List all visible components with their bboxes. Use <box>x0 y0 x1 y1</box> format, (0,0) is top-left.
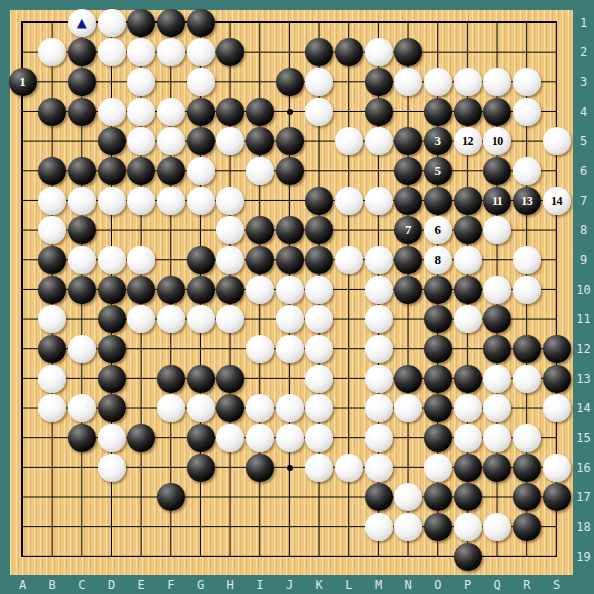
stone-white-D4 <box>98 98 126 126</box>
move-number-5: 5 <box>435 157 442 185</box>
stone-black-B12 <box>38 335 66 363</box>
stone-black-G5 <box>187 127 215 155</box>
stone-black-O11 <box>424 305 452 333</box>
move-number-11: 11 <box>492 187 502 215</box>
stone-white-O3 <box>424 68 452 96</box>
stone-black-C6 <box>68 157 96 185</box>
stone-white-F5 <box>157 127 185 155</box>
stone-white-F4 <box>157 98 185 126</box>
row-label-5: 5 <box>573 132 594 150</box>
stone-white-S14 <box>543 394 571 422</box>
col-label-R: R <box>516 576 538 594</box>
stone-black-G10 <box>187 276 215 304</box>
row-label-6: 6 <box>573 162 594 180</box>
col-label-A: A <box>12 576 34 594</box>
stone-black-O17 <box>424 483 452 511</box>
stone-white-M2 <box>365 38 393 66</box>
col-label-G: G <box>190 576 212 594</box>
stone-black-H13 <box>216 365 244 393</box>
stone-black-O18 <box>424 513 452 541</box>
stone-black-N6 <box>394 157 422 185</box>
stone-white-P5: 12 <box>454 127 482 155</box>
stone-black-O4 <box>424 98 452 126</box>
col-label-L: L <box>338 576 360 594</box>
stone-white-S5 <box>543 127 571 155</box>
stone-white-K12 <box>305 335 333 363</box>
col-label-B: B <box>41 576 63 594</box>
move-number-10: 10 <box>492 127 503 155</box>
stone-black-Q12 <box>483 335 511 363</box>
stone-black-R12 <box>513 335 541 363</box>
stone-white-Q15 <box>483 424 511 452</box>
stone-white-C12 <box>68 335 96 363</box>
stone-black-F1 <box>157 9 185 37</box>
stone-black-F10 <box>157 276 185 304</box>
stone-black-Q16 <box>483 454 511 482</box>
stone-white-J11 <box>276 305 304 333</box>
stone-black-E1 <box>127 9 155 37</box>
row-label-4: 4 <box>573 103 594 121</box>
stone-black-D6 <box>98 157 126 185</box>
stone-white-M16 <box>365 454 393 482</box>
col-label-C: C <box>71 576 93 594</box>
stone-white-Q13 <box>483 365 511 393</box>
stone-black-P8 <box>454 216 482 244</box>
stone-black-O13 <box>424 365 452 393</box>
stone-black-N10 <box>394 276 422 304</box>
stone-white-R10 <box>513 276 541 304</box>
row-label-19: 19 <box>573 548 594 566</box>
stone-white-P9 <box>454 246 482 274</box>
stone-black-G4 <box>187 98 215 126</box>
stone-white-D2 <box>98 38 126 66</box>
stone-black-H10 <box>216 276 244 304</box>
stone-white-K15 <box>305 424 333 452</box>
stone-white-M18 <box>365 513 393 541</box>
stone-black-C8 <box>68 216 96 244</box>
stone-black-J6 <box>276 157 304 185</box>
stone-white-G2 <box>187 38 215 66</box>
move-number-13: 13 <box>521 187 532 215</box>
stone-white-D15 <box>98 424 126 452</box>
stone-white-P18 <box>454 513 482 541</box>
stone-black-B10 <box>38 276 66 304</box>
stone-white-H15 <box>216 424 244 452</box>
stone-white-K3 <box>305 68 333 96</box>
row-label-3: 3 <box>573 73 594 91</box>
stone-white-I15 <box>246 424 274 452</box>
stone-black-L2 <box>335 38 363 66</box>
stone-white-D9 <box>98 246 126 274</box>
stone-black-O14 <box>424 394 452 422</box>
stone-black-D12 <box>98 335 126 363</box>
stone-white-M5 <box>365 127 393 155</box>
stone-black-S12 <box>543 335 571 363</box>
stone-white-Q18 <box>483 513 511 541</box>
stone-black-Q6 <box>483 157 511 185</box>
triangle-marker: ▲ <box>77 9 87 37</box>
move-number-8: 8 <box>435 246 442 274</box>
stone-white-S7: 14 <box>543 187 571 215</box>
stone-black-D13 <box>98 365 126 393</box>
stone-white-M12 <box>365 335 393 363</box>
move-number-12: 12 <box>462 127 473 155</box>
stone-black-P4 <box>454 98 482 126</box>
stone-white-R3 <box>513 68 541 96</box>
row-label-11: 11 <box>573 310 594 328</box>
stone-white-M10 <box>365 276 393 304</box>
col-label-M: M <box>368 576 390 594</box>
stone-white-M7 <box>365 187 393 215</box>
col-label-D: D <box>101 576 123 594</box>
row-label-10: 10 <box>573 281 594 299</box>
stone-black-I4 <box>246 98 274 126</box>
stone-black-E15 <box>127 424 155 452</box>
stone-white-K13 <box>305 365 333 393</box>
stone-black-O6: 5 <box>424 157 452 185</box>
row-label-16: 16 <box>573 459 594 477</box>
stone-white-M14 <box>365 394 393 422</box>
stone-black-C4 <box>68 98 96 126</box>
stone-white-L16 <box>335 454 363 482</box>
stone-white-Q3 <box>483 68 511 96</box>
stone-black-J8 <box>276 216 304 244</box>
stone-white-D1 <box>98 9 126 37</box>
stone-black-O15 <box>424 424 452 452</box>
stone-black-G15 <box>187 424 215 452</box>
col-label-I: I <box>249 576 271 594</box>
stone-black-N13 <box>394 365 422 393</box>
stone-white-K10 <box>305 276 333 304</box>
stone-black-P19 <box>454 543 482 571</box>
stone-white-D16 <box>98 454 126 482</box>
stone-black-Q4 <box>483 98 511 126</box>
stone-black-R7: 13 <box>513 187 541 215</box>
stone-white-C9 <box>68 246 96 274</box>
stone-white-G14 <box>187 394 215 422</box>
stone-black-C15 <box>68 424 96 452</box>
stone-black-C3 <box>68 68 96 96</box>
stone-black-N7 <box>394 187 422 215</box>
stone-black-O10 <box>424 276 452 304</box>
star-point <box>287 465 293 471</box>
stone-black-B4 <box>38 98 66 126</box>
stone-black-Q7: 11 <box>483 187 511 215</box>
star-point <box>287 109 293 115</box>
stone-white-G6 <box>187 157 215 185</box>
row-label-14: 14 <box>573 399 594 417</box>
col-label-J: J <box>279 576 301 594</box>
stone-white-G7 <box>187 187 215 215</box>
row-label-7: 7 <box>573 192 594 210</box>
stone-white-F2 <box>157 38 185 66</box>
stone-black-P10 <box>454 276 482 304</box>
stone-black-O12 <box>424 335 452 363</box>
stone-black-J5 <box>276 127 304 155</box>
stone-white-N18 <box>394 513 422 541</box>
col-label-O: O <box>427 576 449 594</box>
stone-black-D5 <box>98 127 126 155</box>
col-label-E: E <box>130 576 152 594</box>
row-label-18: 18 <box>573 518 594 536</box>
stone-black-C2 <box>68 38 96 66</box>
stone-white-F7 <box>157 187 185 215</box>
stone-white-I10 <box>246 276 274 304</box>
row-label-2: 2 <box>573 43 594 61</box>
stone-white-S16 <box>543 454 571 482</box>
stone-black-B6 <box>38 157 66 185</box>
stone-white-D7 <box>98 187 126 215</box>
stone-white-N3 <box>394 68 422 96</box>
stone-white-R6 <box>513 157 541 185</box>
stone-black-F13 <box>157 365 185 393</box>
move-number-14: 14 <box>551 187 562 215</box>
stone-white-B13 <box>38 365 66 393</box>
stone-black-G9 <box>187 246 215 274</box>
stone-black-E10 <box>127 276 155 304</box>
stone-black-F17 <box>157 483 185 511</box>
stone-white-O9: 8 <box>424 246 452 274</box>
stone-black-A3: 1 <box>9 68 37 96</box>
row-label-9: 9 <box>573 251 594 269</box>
stone-white-P11 <box>454 305 482 333</box>
stone-black-I5 <box>246 127 274 155</box>
stone-black-H4 <box>216 98 244 126</box>
stone-white-H7 <box>216 187 244 215</box>
stone-black-P16 <box>454 454 482 482</box>
stone-black-F6 <box>157 157 185 185</box>
stone-black-D11 <box>98 305 126 333</box>
stone-white-R15 <box>513 424 541 452</box>
stone-black-P17 <box>454 483 482 511</box>
stone-white-I14 <box>246 394 274 422</box>
stone-white-B7 <box>38 187 66 215</box>
stone-white-R9 <box>513 246 541 274</box>
stone-white-O8: 6 <box>424 216 452 244</box>
go-app-screen: ▲1312105111314768 ABCDEFGHIJKLMNOPQRS 12… <box>0 0 594 594</box>
stone-black-P7 <box>454 187 482 215</box>
stone-white-E7 <box>127 187 155 215</box>
stone-black-B9 <box>38 246 66 274</box>
col-label-P: P <box>457 576 479 594</box>
stone-black-P13 <box>454 365 482 393</box>
stone-black-K7 <box>305 187 333 215</box>
stone-black-M4 <box>365 98 393 126</box>
col-label-Q: Q <box>486 576 508 594</box>
stone-white-E3 <box>127 68 155 96</box>
stone-white-C14 <box>68 394 96 422</box>
stone-white-M9 <box>365 246 393 274</box>
stone-white-R4 <box>513 98 541 126</box>
col-label-F: F <box>160 576 182 594</box>
stone-white-Q10 <box>483 276 511 304</box>
stone-black-O5: 3 <box>424 127 452 155</box>
stone-white-H9 <box>216 246 244 274</box>
stone-white-P3 <box>454 68 482 96</box>
stone-black-I8 <box>246 216 274 244</box>
stone-white-G3 <box>187 68 215 96</box>
stone-white-L9 <box>335 246 363 274</box>
stone-white-K16 <box>305 454 333 482</box>
go-board[interactable]: ▲1312105111314768 <box>10 10 573 575</box>
stone-black-N9 <box>394 246 422 274</box>
stone-white-R13 <box>513 365 541 393</box>
row-label-12: 12 <box>573 340 594 358</box>
stone-white-M15 <box>365 424 393 452</box>
stone-black-G1 <box>187 9 215 37</box>
stone-white-C7 <box>68 187 96 215</box>
stone-black-S13 <box>543 365 571 393</box>
col-label-H: H <box>219 576 241 594</box>
stone-black-J9 <box>276 246 304 274</box>
move-number-1: 1 <box>19 68 26 96</box>
stone-white-O16 <box>424 454 452 482</box>
stone-white-I6 <box>246 157 274 185</box>
stone-white-M13 <box>365 365 393 393</box>
stone-black-G13 <box>187 365 215 393</box>
move-number-3: 3 <box>435 127 442 155</box>
move-number-7: 7 <box>405 216 412 244</box>
stone-white-E9 <box>127 246 155 274</box>
col-label-K: K <box>308 576 330 594</box>
stone-white-P14 <box>454 394 482 422</box>
row-label-8: 8 <box>573 221 594 239</box>
stone-black-J3 <box>276 68 304 96</box>
stone-white-K4 <box>305 98 333 126</box>
stone-white-P15 <box>454 424 482 452</box>
row-label-1: 1 <box>573 14 594 32</box>
stone-black-M17 <box>365 483 393 511</box>
stone-black-I9 <box>246 246 274 274</box>
col-label-S: S <box>546 576 568 594</box>
stone-black-R16 <box>513 454 541 482</box>
stone-black-I16 <box>246 454 274 482</box>
stone-black-S17 <box>543 483 571 511</box>
col-label-N: N <box>397 576 419 594</box>
stone-white-J12 <box>276 335 304 363</box>
row-label-17: 17 <box>573 488 594 506</box>
stone-white-L7 <box>335 187 363 215</box>
stone-black-D10 <box>98 276 126 304</box>
stone-white-J14 <box>276 394 304 422</box>
stone-white-G11 <box>187 305 215 333</box>
stone-white-J15 <box>276 424 304 452</box>
row-label-13: 13 <box>573 370 594 388</box>
stone-white-L5 <box>335 127 363 155</box>
stone-white-I12 <box>246 335 274 363</box>
stone-black-K9 <box>305 246 333 274</box>
stone-white-J10 <box>276 276 304 304</box>
stone-white-M11 <box>365 305 393 333</box>
stone-black-D14 <box>98 394 126 422</box>
stone-black-R18 <box>513 513 541 541</box>
stone-white-E4 <box>127 98 155 126</box>
stone-black-O7 <box>424 187 452 215</box>
stone-black-M3 <box>365 68 393 96</box>
stone-black-E6 <box>127 157 155 185</box>
stone-white-F14 <box>157 394 185 422</box>
stone-black-C10 <box>68 276 96 304</box>
row-label-15: 15 <box>573 429 594 447</box>
stone-white-F11 <box>157 305 185 333</box>
stone-white-C1: ▲ <box>68 9 96 37</box>
move-number-6: 6 <box>435 216 442 244</box>
stone-black-R17 <box>513 483 541 511</box>
stone-black-G16 <box>187 454 215 482</box>
